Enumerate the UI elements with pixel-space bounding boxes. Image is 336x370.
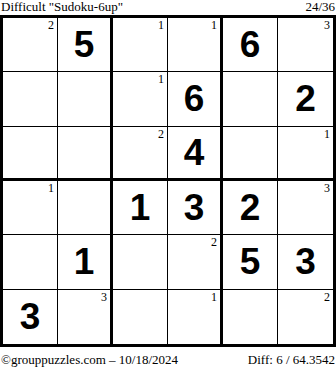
cell-r3c1[interactable]	[3, 127, 58, 181]
cell-r1c2[interactable]: 5	[58, 18, 113, 72]
cell-r5c5[interactable]: 5	[223, 235, 278, 289]
footer: ©grouppuzzles.com – 10/18/2024 Diff: 6 /…	[0, 352, 336, 367]
cell-r2c6[interactable]: 2	[278, 72, 333, 126]
cell-r1c6[interactable]: 3	[278, 18, 333, 72]
corner-mark: 1	[211, 290, 217, 304]
corner-mark: 3	[101, 290, 107, 304]
given-digit: 3	[295, 243, 316, 280]
given-digit: 6	[240, 26, 261, 63]
corner-mark: 1	[211, 18, 217, 32]
cell-r2c2[interactable]	[58, 72, 113, 126]
cell-r6c6[interactable]: 2	[278, 290, 333, 344]
cell-r5c4[interactable]: 2	[168, 235, 223, 289]
cell-r1c5[interactable]: 6	[223, 18, 278, 72]
given-digit: 3	[184, 189, 205, 226]
corner-mark: 1	[48, 181, 54, 195]
corner-mark: 2	[158, 127, 164, 141]
corner-mark: 1	[324, 127, 330, 141]
cell-r1c4[interactable]: 1	[168, 18, 223, 72]
given-digit: 5	[240, 243, 261, 280]
cell-r4c4[interactable]: 3	[168, 181, 223, 235]
corner-mark: 2	[211, 235, 217, 249]
cell-r3c6[interactable]: 1	[278, 127, 333, 181]
cell-r6c2[interactable]: 3	[58, 290, 113, 344]
puzzle-page: Difficult "Sudoku-6up" 24/36 25116316224…	[0, 0, 336, 370]
cell-r2c4[interactable]: 6	[168, 72, 223, 126]
cell-r6c3[interactable]	[113, 290, 168, 344]
cell-r5c6[interactable]: 3	[278, 235, 333, 289]
given-digit: 6	[184, 80, 205, 117]
cell-r6c4[interactable]: 1	[168, 290, 223, 344]
corner-mark: 3	[324, 181, 330, 195]
cell-r4c2[interactable]	[58, 181, 113, 235]
corner-mark: 3	[324, 18, 330, 32]
puzzle-counter: 24/36	[305, 0, 335, 14]
cell-r5c3[interactable]	[113, 235, 168, 289]
given-digit: 5	[74, 26, 95, 63]
cell-r2c5[interactable]	[223, 72, 278, 126]
cell-r1c3[interactable]: 1	[113, 18, 168, 72]
cell-r4c3[interactable]: 1	[113, 181, 168, 235]
cell-r6c1[interactable]: 3	[3, 290, 58, 344]
corner-mark: 2	[48, 18, 54, 32]
footer-copyright-date: ©grouppuzzles.com – 10/18/2024	[1, 352, 178, 367]
board: 2511631622411132312533312	[0, 15, 336, 347]
corner-mark: 1	[158, 18, 164, 32]
cell-r5c2[interactable]: 1	[58, 235, 113, 289]
corner-mark: 1	[158, 72, 164, 86]
given-digit: 4	[184, 134, 205, 171]
cell-r4c5[interactable]: 2	[223, 181, 278, 235]
footer-difficulty: Diff: 6 / 64.3542	[248, 352, 335, 367]
cell-r2c3[interactable]: 1	[113, 72, 168, 126]
page-title: Difficult "Sudoku-6up"	[1, 0, 123, 14]
cell-r5c1[interactable]	[3, 235, 58, 289]
cell-r4c1[interactable]: 1	[3, 181, 58, 235]
cell-r3c3[interactable]: 2	[113, 127, 168, 181]
given-digit: 2	[295, 80, 316, 117]
header: Difficult "Sudoku-6up" 24/36	[0, 0, 336, 15]
cell-r3c2[interactable]	[58, 127, 113, 181]
given-digit: 1	[74, 243, 95, 280]
cell-r6c5[interactable]	[223, 290, 278, 344]
cell-r1c1[interactable]: 2	[3, 18, 58, 72]
given-digit: 3	[20, 298, 41, 335]
cell-r4c6[interactable]: 3	[278, 181, 333, 235]
cell-r2c1[interactable]	[3, 72, 58, 126]
given-digit: 2	[240, 189, 261, 226]
corner-mark: 2	[324, 290, 330, 304]
cell-r3c4[interactable]: 4	[168, 127, 223, 181]
given-digit: 1	[130, 189, 151, 226]
cell-r3c5[interactable]	[223, 127, 278, 181]
